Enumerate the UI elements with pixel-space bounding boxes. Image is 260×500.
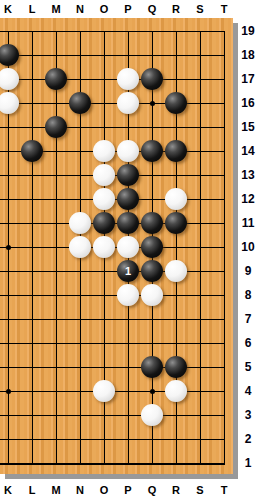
black-stone bbox=[0, 44, 19, 66]
black-stone bbox=[165, 356, 187, 378]
column-label: S bbox=[190, 482, 210, 498]
star-point bbox=[150, 389, 155, 394]
grid-line-horizontal bbox=[0, 343, 225, 344]
column-label: N bbox=[70, 482, 90, 498]
black-stone bbox=[117, 164, 139, 186]
grid-line-horizontal bbox=[0, 79, 225, 80]
row-label: 14 bbox=[236, 143, 260, 159]
grid-line-horizontal bbox=[0, 127, 225, 128]
black-stone bbox=[45, 116, 67, 138]
column-label: O bbox=[94, 482, 114, 498]
white-stone bbox=[117, 284, 139, 306]
black-stone bbox=[165, 140, 187, 162]
column-label: M bbox=[46, 1, 66, 17]
white-stone bbox=[93, 164, 115, 186]
row-label: 19 bbox=[236, 23, 260, 39]
star-point bbox=[6, 245, 11, 250]
white-stone bbox=[117, 236, 139, 258]
black-stone bbox=[165, 92, 187, 114]
grid-line-horizontal bbox=[0, 367, 225, 368]
row-label: 1 bbox=[236, 455, 260, 471]
row-label: 10 bbox=[236, 239, 260, 255]
white-stone bbox=[0, 92, 19, 114]
black-stone bbox=[117, 188, 139, 210]
column-label: P bbox=[118, 1, 138, 17]
row-label: 17 bbox=[236, 71, 260, 87]
black-stone bbox=[45, 68, 67, 90]
move-number-label: 1 bbox=[125, 266, 131, 277]
white-stone bbox=[117, 92, 139, 114]
white-stone bbox=[93, 140, 115, 162]
black-stone bbox=[141, 356, 163, 378]
row-label: 8 bbox=[236, 287, 260, 303]
row-label: 18 bbox=[236, 47, 260, 63]
white-stone bbox=[93, 380, 115, 402]
row-label: 15 bbox=[236, 119, 260, 135]
grid-line-horizontal bbox=[0, 103, 225, 104]
board-shadow-bottom bbox=[5, 474, 238, 479]
column-label: L bbox=[22, 1, 42, 17]
row-label: 12 bbox=[236, 191, 260, 207]
grid-line-horizontal bbox=[0, 55, 225, 56]
column-label: M bbox=[46, 482, 66, 498]
row-label: 13 bbox=[236, 167, 260, 183]
white-stone bbox=[117, 140, 139, 162]
column-label: T bbox=[214, 482, 234, 498]
black-stone bbox=[117, 212, 139, 234]
black-stone bbox=[93, 212, 115, 234]
column-label: T bbox=[214, 1, 234, 17]
column-label: K bbox=[0, 482, 18, 498]
grid-line-horizontal bbox=[0, 271, 225, 272]
grid-line-horizontal bbox=[0, 415, 225, 416]
go-diagram: KLMNOPQRST 1 191817161514131211109876543… bbox=[0, 0, 260, 500]
black-stone: 1 bbox=[117, 260, 139, 282]
star-point bbox=[150, 101, 155, 106]
white-stone bbox=[93, 188, 115, 210]
row-label: 5 bbox=[236, 359, 260, 375]
column-label: Q bbox=[142, 1, 162, 17]
white-stone bbox=[141, 404, 163, 426]
row-label: 9 bbox=[236, 263, 260, 279]
white-stone bbox=[0, 68, 19, 90]
white-stone bbox=[69, 236, 91, 258]
column-label: O bbox=[94, 1, 114, 17]
column-label: Q bbox=[142, 482, 162, 498]
black-stone bbox=[69, 92, 91, 114]
white-stone bbox=[117, 68, 139, 90]
grid-line-horizontal bbox=[0, 295, 225, 296]
column-label: P bbox=[118, 482, 138, 498]
white-stone bbox=[93, 236, 115, 258]
column-label: R bbox=[166, 1, 186, 17]
column-label: S bbox=[190, 1, 210, 17]
white-stone bbox=[165, 188, 187, 210]
white-stone bbox=[69, 212, 91, 234]
black-stone bbox=[141, 140, 163, 162]
black-stone bbox=[141, 236, 163, 258]
column-label: N bbox=[70, 1, 90, 17]
row-label: 3 bbox=[236, 407, 260, 423]
black-stone bbox=[141, 212, 163, 234]
grid-line-horizontal bbox=[0, 439, 225, 440]
black-stone bbox=[21, 140, 43, 162]
go-board[interactable]: 1 bbox=[0, 18, 233, 474]
black-stone bbox=[141, 260, 163, 282]
row-label: 4 bbox=[236, 383, 260, 399]
black-stone bbox=[165, 212, 187, 234]
row-label: 7 bbox=[236, 311, 260, 327]
grid-line-horizontal bbox=[0, 463, 225, 465]
row-label: 11 bbox=[236, 215, 260, 231]
star-point bbox=[6, 389, 11, 394]
row-label: 6 bbox=[236, 335, 260, 351]
column-label: R bbox=[166, 482, 186, 498]
column-label: L bbox=[22, 482, 42, 498]
white-stone bbox=[141, 284, 163, 306]
white-stone bbox=[165, 380, 187, 402]
column-label: K bbox=[0, 1, 18, 17]
black-stone bbox=[141, 68, 163, 90]
grid-line-horizontal bbox=[0, 31, 225, 32]
row-label: 16 bbox=[236, 95, 260, 111]
grid-line-horizontal bbox=[0, 319, 225, 320]
white-stone bbox=[165, 260, 187, 282]
row-label: 2 bbox=[236, 431, 260, 447]
